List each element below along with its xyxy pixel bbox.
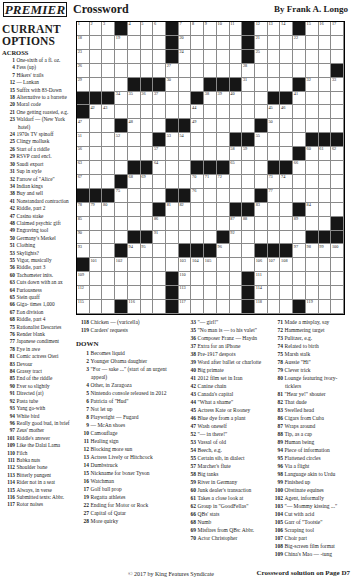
black-cell	[268, 244, 281, 258]
cell-number: 15	[307, 22, 311, 27]
grid-cell: 51	[77, 133, 90, 147]
grid-cell	[319, 258, 332, 272]
grid-cell: 92	[230, 231, 243, 245]
grid-cell	[115, 105, 128, 119]
clue-text: Language akin to Urdu	[285, 471, 336, 477]
cell-number: 119	[307, 300, 313, 305]
clue-text: Piece of information	[285, 447, 330, 453]
grid-cell	[102, 119, 115, 133]
grid-cell	[179, 64, 192, 78]
clue: 116Submitted texts: Abbr.	[2, 494, 72, 501]
grid-cell: 91	[153, 231, 166, 245]
clue: 25Clingy mollusk	[2, 138, 72, 145]
grid-cell	[204, 217, 217, 231]
grid-cell	[128, 36, 141, 50]
grid-cell	[217, 50, 230, 64]
grid-cell	[255, 217, 268, 231]
clue: 42Riddle, part 2	[2, 205, 72, 212]
grid-cell	[204, 286, 217, 300]
clue: 105Garr of "Tootsie"	[270, 518, 351, 526]
clue: 99Finished up	[270, 478, 351, 486]
clue: 46Blue dye from a plant	[183, 414, 265, 422]
clue-text: Composer Franz — Haydn	[198, 335, 257, 341]
cell-number: 94	[129, 245, 133, 250]
clue: 85End of the riddle	[2, 375, 72, 382]
clue: 42Canine chain	[183, 382, 265, 390]
clue-number: 1	[76, 349, 89, 357]
grid-cell	[141, 64, 154, 78]
cell-number: 57	[154, 147, 158, 152]
grid-cell	[230, 258, 243, 272]
cell-number: 113	[179, 286, 185, 291]
grid-cell	[268, 50, 281, 64]
grid-cell	[306, 50, 319, 64]
cell-number: 50	[268, 120, 272, 125]
grid-cell	[141, 258, 154, 272]
clue: 26Start of a riddle	[2, 146, 72, 153]
clue: 91Directed (at)	[2, 390, 72, 397]
clue-text: Related to birth	[285, 343, 319, 349]
grid-cell	[280, 300, 293, 314]
clue: 78Aussie "Hi"	[270, 358, 351, 366]
clue-text: QBs' stats	[198, 511, 220, 517]
grid-cell	[90, 286, 103, 300]
clue-text: Bitterly pungent	[17, 472, 52, 478]
clue-text: Riddle, part 2	[17, 205, 46, 211]
grid-cell	[280, 189, 293, 203]
cell-number: 75	[116, 189, 120, 194]
black-cell	[166, 300, 179, 314]
cell-number: 70	[192, 175, 196, 180]
clue: 58Big tanks	[183, 470, 265, 478]
grid-cell	[102, 36, 115, 50]
grid-cell	[268, 36, 281, 50]
clue-number: 10	[76, 429, 89, 437]
clue-number: 74	[270, 342, 283, 350]
grid-cell	[141, 272, 154, 286]
grid-cell	[319, 105, 332, 119]
clue-text: Tip, as a cap	[285, 431, 313, 437]
cell-number: 96	[218, 245, 222, 250]
cell-number: 49	[192, 120, 196, 125]
clue-text: Blue dye from a plant	[198, 415, 246, 421]
grid-cell	[268, 203, 281, 217]
grid-cell	[230, 105, 243, 119]
grid-cell	[166, 105, 179, 119]
grid-cell: 118	[255, 300, 268, 314]
clue-number: 109	[270, 550, 283, 558]
clue-text: Nonstandard contraction	[17, 198, 69, 204]
clue: 7Not let up	[76, 405, 176, 413]
clue-text: Tachometer inits.	[17, 272, 54, 278]
grid-cell	[319, 203, 332, 217]
grid-cell	[179, 105, 192, 119]
cell-number: 106	[256, 259, 262, 264]
clue: 78Eye in awe	[2, 346, 72, 353]
cell-number: 17	[332, 22, 336, 27]
clue-text: Choir part	[285, 535, 307, 541]
grid-cell	[331, 92, 344, 106]
grid-cell	[306, 64, 319, 78]
clue-number: 62	[183, 502, 196, 510]
clue-number: 27	[76, 509, 89, 517]
clue-number: 94	[270, 446, 283, 454]
cell-number: 36	[141, 92, 145, 97]
clue-number: 15	[76, 469, 89, 477]
clue: 7Hikers' trails	[2, 72, 72, 79]
grid-cell	[102, 272, 115, 286]
grid-cell	[319, 300, 332, 314]
grid-cell	[217, 64, 230, 78]
cell-number: 44	[192, 106, 196, 111]
clue-text: Like the Dalai Lama	[17, 442, 61, 448]
clue: 41Nonstandard contraction	[2, 198, 72, 205]
clue: 32Farrow of "Alice"	[2, 176, 72, 183]
clue-number: 34	[2, 183, 15, 190]
grid-cell: 86	[153, 217, 166, 231]
clue: 20Moral code	[2, 101, 72, 108]
grid-cell	[217, 189, 230, 203]
clue-number: 14	[76, 461, 89, 469]
grid-cell	[141, 119, 154, 133]
black-cell	[217, 161, 230, 175]
clue: 60Junk dealer's transaction	[183, 486, 265, 494]
clue-number: 103	[270, 502, 283, 510]
clue-text: Human being	[285, 439, 315, 445]
clue: 47Casino stake	[2, 213, 72, 220]
grid-cell	[230, 36, 243, 50]
clue-text: Regatta athletes	[91, 494, 126, 500]
clue: 53Vassal of old	[183, 438, 265, 446]
clue: 97Zeus' mother	[2, 427, 72, 434]
grid-cell	[306, 286, 319, 300]
grid-cell	[153, 50, 166, 64]
clue-text: Suffix with 83-Down	[17, 87, 62, 93]
cell-number: 101	[90, 259, 96, 264]
cell-number: 68	[129, 175, 133, 180]
clue-text: Engraving tool	[17, 227, 49, 233]
grid-cell	[191, 231, 204, 245]
grid-cell: 14	[280, 22, 293, 36]
clue-text: "— in there!"	[198, 431, 228, 437]
cell-number: 47	[78, 120, 82, 125]
grid-cell	[128, 133, 141, 147]
clue: 23Waldorf — (New York hotel)	[2, 116, 72, 131]
clue: 109Like the Dalai Lama	[2, 442, 72, 449]
grid-cell	[306, 161, 319, 175]
clue: 12Blocking more sun	[76, 445, 176, 453]
grid-cell	[141, 50, 154, 64]
clue-text: Ever so slightly	[17, 383, 50, 389]
clue-text: Canada's capital	[198, 391, 234, 397]
grid-cell	[204, 133, 217, 147]
cell-number: 32	[307, 78, 311, 83]
clue-text: End of the riddle	[17, 375, 53, 381]
clue-number: 47	[2, 213, 15, 220]
black-cell	[242, 133, 255, 147]
grid-cell	[102, 231, 115, 245]
clue-number: 11	[76, 437, 89, 445]
clue-number: 2	[76, 357, 89, 365]
grid-cell	[90, 147, 103, 161]
grid-cell	[217, 203, 230, 217]
grid-cell: 61	[319, 147, 332, 161]
cell-number: 30	[167, 78, 171, 83]
grid-cell	[217, 286, 230, 300]
cell-number: 23	[78, 50, 82, 55]
clue-text: Rationalist Descartes	[17, 324, 62, 330]
clue: 59River in Germany	[183, 478, 265, 486]
clue: 87Wraps around	[270, 422, 351, 430]
cell-number: 112	[78, 286, 84, 291]
clue: 73Pulitzer, e.g.	[270, 334, 351, 342]
clue-text: Comic actress Oteri	[17, 353, 59, 359]
clue-number: 118	[76, 318, 89, 326]
grid-cell	[255, 175, 268, 189]
grid-cell	[255, 64, 268, 78]
clue-number: 76	[2, 331, 15, 338]
clue-text: Marcher's flute	[198, 463, 231, 469]
clue: 38Buy and sell	[2, 190, 72, 197]
clue-text: Golf ball prop	[91, 486, 122, 492]
clue-number: 42	[2, 205, 15, 212]
black-cell	[77, 92, 90, 106]
clue-number: 69	[183, 526, 196, 534]
clue-text: Garr of "Tootsie"	[285, 519, 323, 525]
clue-text: "What a shame"	[198, 399, 234, 405]
grid-cell	[217, 36, 230, 50]
clue: 95Flattened circles	[270, 454, 351, 462]
clue-number: 115	[2, 487, 15, 494]
clue-text: Germany's Merkel	[17, 235, 56, 241]
grid-cell	[191, 133, 204, 147]
grid-cell: 32	[306, 78, 319, 92]
clue: 112Shoulder bone	[2, 464, 72, 471]
clue: 34Indian kings	[2, 183, 72, 190]
clue-text: 1970s TV spinoff	[17, 131, 54, 137]
clue: 81"Hear ye!" shouter	[270, 390, 351, 398]
clue-number: 89	[270, 438, 283, 446]
black-cell	[242, 36, 255, 50]
clue: 15Suffix with 83-Down	[2, 87, 72, 94]
puzzle-title: CURRANT OPTIONS	[2, 24, 72, 47]
clue-text: Clever trick	[285, 367, 311, 373]
clue: 18Alternative to a barrette	[2, 94, 72, 101]
clue-text: Riddle, part 3	[17, 264, 46, 270]
clue: 102Agent, informally	[270, 494, 351, 502]
cell-number: 63	[78, 161, 82, 166]
copyright-line: © 2017 by King Features Syndicate	[76, 571, 266, 577]
clue: 117Rotor noises	[2, 501, 72, 508]
cell-number: 92	[230, 231, 234, 236]
black-cell	[153, 203, 166, 217]
grid-cell	[153, 272, 166, 286]
grid-cell: 110	[179, 272, 192, 286]
grid-cell	[204, 231, 217, 245]
cell-number: 91	[154, 231, 158, 236]
clue-text: Blocking more sun	[91, 446, 133, 452]
clue-number: 57	[183, 462, 196, 470]
clue: 30Saudi export	[2, 161, 72, 168]
grid-cell: 31	[242, 78, 255, 92]
grid-cell: 114	[255, 286, 268, 300]
grid-cell: 37	[153, 92, 166, 106]
clue-text: Farrow of "Alice"	[17, 176, 55, 182]
grid-cell	[115, 64, 128, 78]
grid-cell: 112	[77, 286, 90, 300]
black-cell	[179, 189, 192, 203]
clue: 94White bird	[2, 413, 72, 420]
clue-text: Grassy tract	[17, 368, 42, 374]
across-clue-list: 1One-sixth of a fl. oz.4Fess (up)7Hikers…	[2, 57, 72, 509]
cell-number: 84	[307, 203, 311, 208]
clue-text: Clothing	[17, 242, 36, 248]
clue-number: 15	[2, 87, 15, 94]
grid-cell: 29	[77, 78, 90, 92]
grid-cell	[230, 300, 243, 314]
clue-number: 36	[183, 334, 196, 342]
clue: 54Beech, e.g.	[183, 446, 265, 454]
clue-number: 101	[2, 435, 15, 442]
grid-cell: 67	[77, 175, 90, 189]
grid-cell: 99	[319, 244, 332, 258]
cell-number: 89	[294, 217, 298, 222]
clue-number: 19	[76, 493, 89, 501]
grid-cell	[115, 231, 128, 245]
grid-cell: 84	[306, 203, 319, 217]
grid-cell	[141, 105, 154, 119]
cell-number: 22	[294, 36, 298, 41]
black-cell	[331, 64, 344, 78]
grid-cell: 44	[191, 105, 204, 119]
grid-cell	[293, 133, 306, 147]
grid-cell	[179, 78, 192, 92]
black-cell	[191, 92, 204, 106]
grid-cell	[306, 36, 319, 50]
clue-text: Becomes liquid	[91, 350, 125, 356]
black-cell	[128, 231, 141, 245]
clue: 47Wash oneself	[183, 422, 265, 430]
cell-number: 34	[116, 92, 120, 97]
down-clue-list-1: 1Becomes liquid2Younger Obama daughter3"…	[76, 349, 176, 525]
black-cell	[141, 231, 154, 245]
cell-number: 114	[256, 286, 262, 291]
clue-number: 90	[2, 383, 15, 390]
cell-number: 33	[332, 78, 336, 83]
clue-text: Rider not in a seat	[17, 479, 56, 485]
cell-number: 99	[319, 245, 323, 250]
clue-text: Big primate	[198, 367, 224, 373]
grid-cell	[242, 244, 255, 258]
grid-cell	[166, 175, 179, 189]
grid-cell: 30	[166, 78, 179, 92]
grid-cell	[306, 217, 319, 231]
clue: 9— McAn shoes	[76, 421, 176, 429]
grid-cell	[102, 64, 115, 78]
clue: 83Swelled head	[270, 406, 351, 414]
newspaper-crossword-page: PREMIER Crossword By Frank A. Longo CURR…	[0, 0, 351, 580]
clue: 114Rider not in a seat	[2, 479, 72, 486]
grid-cell	[191, 64, 204, 78]
grid-cell: 103	[179, 258, 192, 272]
clue: 107Choir part	[270, 534, 351, 542]
grid-cell	[90, 64, 103, 78]
clue-number: 114	[2, 479, 15, 486]
clue: 50Germany's Merkel	[2, 235, 72, 242]
grid-cell	[204, 105, 217, 119]
clue-number: 30	[2, 161, 15, 168]
grid-cell: 42	[90, 105, 103, 119]
cell-number: 53	[167, 134, 171, 139]
cell-number: 6	[154, 22, 156, 27]
grid-cell: 69	[141, 175, 154, 189]
clue: 115Always, in verse	[2, 487, 72, 494]
clue-text: "Hear ye!" shouter	[285, 391, 326, 397]
clue-number: 113	[2, 472, 15, 479]
cell-number: 95	[141, 245, 145, 250]
grid-cell: 85	[77, 217, 90, 231]
grid-cell	[90, 244, 103, 258]
clue: 37Extra for an iPhone	[183, 342, 265, 350]
grid-cell	[293, 64, 306, 78]
grid-cell	[102, 147, 115, 161]
clue-text: Shoulder bone	[17, 464, 48, 470]
black-cell	[115, 175, 128, 189]
clue-text: Agent, informally	[285, 495, 324, 501]
clue-text: Dumbstruck	[91, 462, 118, 468]
clue: 56Riddle, part 3	[2, 264, 72, 271]
clue-number: 97	[2, 427, 15, 434]
grid-cell: 66	[293, 161, 306, 175]
grid-cell: 15	[306, 22, 319, 36]
black-cell	[153, 78, 166, 92]
cell-number: 7	[179, 22, 181, 27]
grid-cell	[191, 217, 204, 231]
cell-number: 24	[179, 50, 183, 55]
clue-number: 45	[183, 406, 196, 414]
clue-text: Hammering target	[285, 327, 325, 333]
grid-cell	[153, 258, 166, 272]
grid-cell: 24	[179, 50, 192, 64]
grid-cell	[128, 286, 141, 300]
black-cell	[166, 189, 179, 203]
grid-cell: 7	[179, 22, 192, 36]
grid-cell	[217, 119, 230, 133]
clue: 65Stein quaff	[2, 294, 72, 301]
clue: 4Fess (up)	[2, 64, 72, 71]
grid-cell	[191, 78, 204, 92]
black-cell	[280, 244, 293, 258]
clue: 8Playwright — Fugard	[76, 413, 176, 421]
black-cell	[166, 272, 179, 286]
grid-cell: 64	[153, 161, 166, 175]
clue-text: Camouflage	[91, 430, 118, 436]
clue-text: Obstinate equines	[285, 487, 324, 493]
grid-cell: 60	[306, 147, 319, 161]
clue: 43Canada's capital	[183, 390, 265, 398]
clue-text: Pasta tube	[17, 398, 39, 404]
grid-cell: 55	[255, 133, 268, 147]
clue-number: 75	[270, 350, 283, 358]
clue-number: 112	[2, 464, 15, 471]
grid-cell: 96	[217, 244, 230, 258]
grid-cell	[280, 272, 293, 286]
clue-number: 21	[2, 109, 15, 116]
cell-number: 16	[319, 22, 323, 27]
cell-number: 5	[141, 22, 143, 27]
clue-text: Always, in verse	[17, 487, 52, 493]
cell-number: 85	[78, 217, 82, 222]
